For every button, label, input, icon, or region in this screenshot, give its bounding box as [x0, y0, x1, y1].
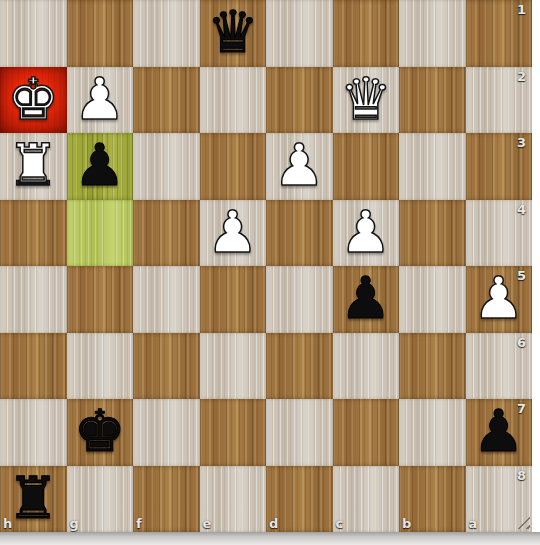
square-d4[interactable]: [266, 200, 333, 267]
square-g6[interactable]: [67, 333, 134, 400]
rank-label-8: 8: [517, 469, 526, 482]
file-label-b: b: [402, 517, 411, 530]
square-f1[interactable]: [133, 0, 200, 67]
rank-label-2: 2: [517, 70, 526, 83]
square-f5[interactable]: [133, 266, 200, 333]
square-b5[interactable]: [399, 266, 466, 333]
white-pawn[interactable]: ♟: [207, 203, 259, 261]
square-d3[interactable]: ♟: [266, 133, 333, 200]
file-label-e: e: [203, 517, 212, 530]
square-b3[interactable]: [399, 133, 466, 200]
square-c5[interactable]: ♟: [333, 266, 400, 333]
file-label-a: a: [469, 517, 478, 530]
white-king[interactable]: ♚: [7, 70, 59, 128]
square-e6[interactable]: [200, 333, 267, 400]
rank-label-5: 5: [517, 269, 526, 282]
square-d5[interactable]: [266, 266, 333, 333]
white-pawn[interactable]: ♟: [74, 70, 126, 128]
rank-label-4: 4: [517, 203, 526, 216]
square-e7[interactable]: [200, 399, 267, 466]
square-b2[interactable]: [399, 67, 466, 134]
square-h3[interactable]: ♜: [0, 133, 67, 200]
square-e5[interactable]: [200, 266, 267, 333]
square-f3[interactable]: [133, 133, 200, 200]
square-c4[interactable]: ♟: [333, 200, 400, 267]
square-b6[interactable]: [399, 333, 466, 400]
chess-board: ♛♚♟♛♜♟♟♟♟♟♟♚♟♜12345678hgfedcba: [0, 0, 532, 532]
square-b1[interactable]: [399, 0, 466, 67]
black-pawn[interactable]: ♟: [340, 269, 392, 327]
square-h2[interactable]: ♚: [0, 67, 67, 134]
black-king[interactable]: ♚: [74, 402, 126, 460]
square-c3[interactable]: [333, 133, 400, 200]
square-d7[interactable]: [266, 399, 333, 466]
black-rook[interactable]: ♜: [7, 469, 59, 527]
rank-label-7: 7: [517, 402, 526, 415]
square-e3[interactable]: [200, 133, 267, 200]
board-bottom-shadow: [0, 532, 540, 545]
square-e4[interactable]: ♟: [200, 200, 267, 267]
white-rook[interactable]: ♜: [7, 136, 59, 194]
square-f2[interactable]: [133, 67, 200, 134]
rank-label-6: 6: [517, 336, 526, 349]
file-label-f: f: [136, 517, 142, 530]
square-g7[interactable]: ♚: [67, 399, 134, 466]
square-d2[interactable]: [266, 67, 333, 134]
square-f8[interactable]: [133, 466, 200, 533]
square-e1[interactable]: ♛: [200, 0, 267, 67]
chess-app-window: ♛♚♟♛♜♟♟♟♟♟♟♚♟♜12345678hgfedcba: [0, 0, 540, 545]
square-h6[interactable]: [0, 333, 67, 400]
file-label-d: d: [269, 517, 278, 530]
square-c2[interactable]: ♛: [333, 67, 400, 134]
square-h5[interactable]: [0, 266, 67, 333]
square-c6[interactable]: [333, 333, 400, 400]
square-h4[interactable]: [0, 200, 67, 267]
square-c1[interactable]: [333, 0, 400, 67]
square-g5[interactable]: [67, 266, 134, 333]
square-d6[interactable]: [266, 333, 333, 400]
black-queen[interactable]: ♛: [207, 3, 259, 61]
square-g4[interactable]: [67, 200, 134, 267]
square-c7[interactable]: [333, 399, 400, 466]
square-f6[interactable]: [133, 333, 200, 400]
square-g3[interactable]: ♟: [67, 133, 134, 200]
white-pawn[interactable]: ♟: [273, 136, 325, 194]
square-h7[interactable]: [0, 399, 67, 466]
white-pawn[interactable]: ♟: [340, 203, 392, 261]
square-b4[interactable]: [399, 200, 466, 267]
square-f4[interactable]: [133, 200, 200, 267]
square-g1[interactable]: [67, 0, 134, 67]
square-d1[interactable]: [266, 0, 333, 67]
file-label-g: g: [70, 517, 79, 530]
square-g2[interactable]: ♟: [67, 67, 134, 134]
black-pawn[interactable]: ♟: [74, 136, 126, 194]
square-b7[interactable]: [399, 399, 466, 466]
rank-label-3: 3: [517, 136, 526, 149]
rank-label-1: 1: [517, 3, 526, 16]
file-label-h: h: [3, 517, 12, 530]
square-e2[interactable]: [200, 67, 267, 134]
file-label-c: c: [336, 517, 344, 530]
white-queen[interactable]: ♛: [340, 70, 392, 128]
square-f7[interactable]: [133, 399, 200, 466]
square-h1[interactable]: [0, 0, 67, 67]
